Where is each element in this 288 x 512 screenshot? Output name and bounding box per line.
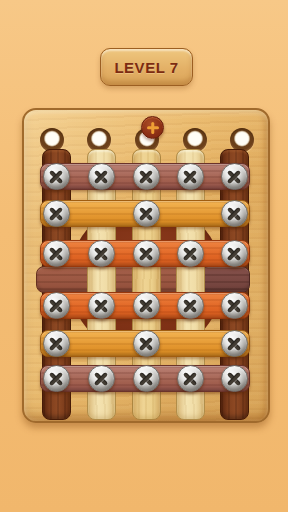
screw-row4-col2[interactable] bbox=[88, 292, 115, 319]
plank-and-screw-layer bbox=[0, 0, 288, 512]
hidden-plank-m-right bbox=[200, 266, 250, 293]
game-screen: LEVEL 7 bbox=[0, 0, 288, 512]
screw-row3-col4[interactable] bbox=[177, 240, 204, 267]
screw-row4-col3[interactable] bbox=[133, 292, 160, 319]
screw-row1-col5[interactable] bbox=[221, 163, 248, 190]
screw-row5-col3[interactable] bbox=[133, 330, 160, 357]
screw-row3-col1[interactable] bbox=[43, 240, 70, 267]
screw-row6-col1[interactable] bbox=[43, 365, 70, 392]
screw-row1-col2[interactable] bbox=[88, 163, 115, 190]
screw-row2-col1[interactable] bbox=[43, 200, 70, 227]
screw-row3-col5[interactable] bbox=[221, 240, 248, 267]
screw-row5-col5[interactable] bbox=[221, 330, 248, 357]
screw-row1-col1[interactable] bbox=[43, 163, 70, 190]
screw-row6-col5[interactable] bbox=[221, 365, 248, 392]
screw-row5-col1[interactable] bbox=[43, 330, 70, 357]
screw-row6-col4[interactable] bbox=[177, 365, 204, 392]
screw-row4-col4[interactable] bbox=[177, 292, 204, 319]
screw-row1-col3[interactable] bbox=[133, 163, 160, 190]
screw-row3-col3[interactable] bbox=[133, 240, 160, 267]
screw-row6-col3[interactable] bbox=[133, 365, 160, 392]
screw-row2-col5[interactable] bbox=[221, 200, 248, 227]
plus-icon bbox=[151, 122, 155, 134]
screw-row4-col1[interactable] bbox=[43, 292, 70, 319]
screw-row3-col2[interactable] bbox=[88, 240, 115, 267]
screw-row4-col5[interactable] bbox=[221, 292, 248, 319]
screw-row2-col3[interactable] bbox=[133, 200, 160, 227]
add-hole-plus-button[interactable] bbox=[141, 116, 164, 139]
screw-row1-col4[interactable] bbox=[177, 163, 204, 190]
screw-row6-col2[interactable] bbox=[88, 365, 115, 392]
